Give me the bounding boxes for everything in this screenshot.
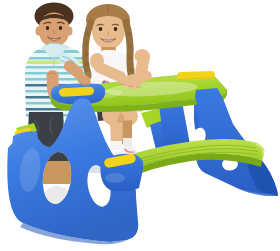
boy-ear-left [36, 27, 42, 36]
picnic-table-scene [0, 0, 280, 251]
boy-eye-right [59, 26, 62, 30]
boy-eye-left [46, 26, 49, 30]
boy-ear-right [67, 27, 73, 36]
product-photo [0, 0, 280, 251]
girl-eye-right [114, 27, 118, 31]
girl-eye-left [99, 27, 103, 31]
girl-nose [108, 31, 109, 36]
girl-sock-right [123, 138, 132, 146]
boy-fist [46, 70, 58, 82]
bench-cap-highlight [105, 173, 125, 183]
girl-sock-left [111, 141, 122, 150]
